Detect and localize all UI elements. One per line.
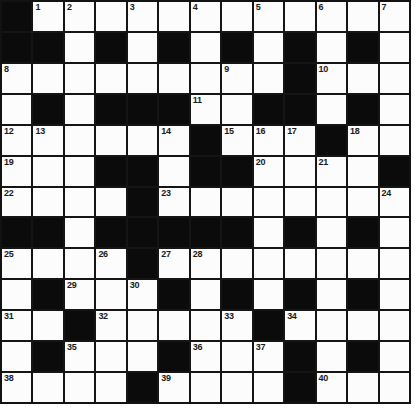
clue-number: 32: [98, 312, 107, 321]
clue-number: 34: [287, 312, 296, 321]
cell-r5c3[interactable]: [65, 126, 94, 155]
cell-r11c12[interactable]: [348, 311, 377, 340]
cell-r9c9[interactable]: [254, 249, 283, 278]
cell-r1c9[interactable]: 5: [254, 2, 283, 31]
clue-number: 4: [193, 3, 198, 12]
cell-r4c11[interactable]: [317, 95, 346, 124]
clue-number: 38: [4, 374, 13, 383]
block-r4c2: [33, 95, 62, 124]
cell-r6c2[interactable]: [33, 157, 62, 186]
cell-r7c9[interactable]: [254, 188, 283, 217]
cell-r13c4[interactable]: [96, 373, 125, 402]
block-r10c6: [159, 280, 188, 309]
cell-r2c7[interactable]: [191, 33, 220, 62]
cell-r12c9[interactable]: 37: [254, 342, 283, 371]
cell-r6c9[interactable]: 20: [254, 157, 283, 186]
cell-r12c5[interactable]: [128, 342, 157, 371]
block-r10c2: [33, 280, 62, 309]
cell-r3c8[interactable]: 9: [222, 64, 251, 93]
block-r6c8: [222, 157, 251, 186]
cell-r3c3[interactable]: [65, 64, 94, 93]
cell-r13c12[interactable]: [348, 373, 377, 402]
block-r6c7: [191, 157, 220, 186]
clue-number: 26: [98, 250, 107, 259]
block-r10c8: [222, 280, 251, 309]
cell-r5c4[interactable]: [96, 126, 125, 155]
clue-number: 22: [4, 189, 13, 198]
cell-r5c13[interactable]: [380, 126, 409, 155]
cell-r8c9[interactable]: [254, 218, 283, 247]
cell-r11c4[interactable]: 32: [96, 311, 125, 340]
cell-r6c10[interactable]: [285, 157, 314, 186]
block-r2c6: [159, 33, 188, 62]
cell-r3c7[interactable]: [191, 64, 220, 93]
clue-number: 14: [161, 127, 170, 136]
cell-r7c8[interactable]: [222, 188, 251, 217]
cell-r11c5[interactable]: [128, 311, 157, 340]
clue-number: 13: [35, 127, 44, 136]
cell-r1c6[interactable]: [159, 2, 188, 31]
block-r2c10: [285, 33, 314, 62]
clue-number: 35: [67, 343, 76, 352]
cell-r11c7[interactable]: [191, 311, 220, 340]
block-r8c7: [191, 218, 220, 247]
block-r12c12: [348, 342, 377, 371]
cell-r7c13[interactable]: 24: [380, 188, 409, 217]
cell-r10c1[interactable]: [2, 280, 31, 309]
block-r8c5: [128, 218, 157, 247]
clue-number: 28: [193, 250, 202, 259]
cell-r4c8[interactable]: [222, 95, 251, 124]
clue-number: 33: [224, 312, 233, 321]
block-r13c10: [285, 373, 314, 402]
cell-r13c7[interactable]: [191, 373, 220, 402]
cell-r10c9[interactable]: [254, 280, 283, 309]
cell-r9c4[interactable]: 26: [96, 249, 125, 278]
cell-r13c13[interactable]: [380, 373, 409, 402]
block-r4c5: [128, 95, 157, 124]
cell-r4c7[interactable]: 11: [191, 95, 220, 124]
cell-r12c11[interactable]: [317, 342, 346, 371]
cell-r3c12[interactable]: [348, 64, 377, 93]
cell-r2c5[interactable]: [128, 33, 157, 62]
cell-r2c3[interactable]: [65, 33, 94, 62]
cell-r7c7[interactable]: [191, 188, 220, 217]
block-r6c5: [128, 157, 157, 186]
cell-r4c1[interactable]: [2, 95, 31, 124]
block-r2c8: [222, 33, 251, 62]
cell-r1c7[interactable]: 4: [191, 2, 220, 31]
clue-number: 37: [256, 343, 265, 352]
cell-r12c13[interactable]: [380, 342, 409, 371]
cell-r11c8[interactable]: 33: [222, 311, 251, 340]
cell-r9c6[interactable]: 27: [159, 249, 188, 278]
cell-r1c13[interactable]: 7: [380, 2, 409, 31]
cell-r4c13[interactable]: [380, 95, 409, 124]
clue-number: 21: [319, 158, 328, 167]
clue-number: 11: [193, 96, 202, 105]
clue-number: 27: [161, 250, 170, 259]
cell-r12c8[interactable]: [222, 342, 251, 371]
clue-number: 7: [382, 3, 387, 12]
clue-number: 20: [256, 158, 265, 167]
block-r6c4: [96, 157, 125, 186]
crossword-grid: 1234567891011121314151617181920212223242…: [0, 0, 411, 404]
clue-number: 25: [4, 250, 13, 259]
block-r8c1: [2, 218, 31, 247]
cell-r1c5[interactable]: 3: [128, 2, 157, 31]
cell-r8c13[interactable]: [380, 218, 409, 247]
clue-number: 5: [256, 3, 261, 12]
cell-r11c2[interactable]: [33, 311, 62, 340]
cell-r2c13[interactable]: [380, 33, 409, 62]
clue-number: 6: [319, 3, 324, 12]
clue-number: 9: [224, 65, 229, 74]
cell-r7c3[interactable]: [65, 188, 94, 217]
cell-r7c1[interactable]: 22: [2, 188, 31, 217]
cell-r1c12[interactable]: [348, 2, 377, 31]
cell-r1c2[interactable]: 1: [33, 2, 62, 31]
clue-number: 16: [256, 127, 265, 136]
block-r4c12: [348, 95, 377, 124]
cell-r7c11[interactable]: [317, 188, 346, 217]
cell-r6c1[interactable]: 19: [2, 157, 31, 186]
cell-r7c2[interactable]: [33, 188, 62, 217]
clue-number: 17: [287, 127, 296, 136]
clue-number: 19: [4, 158, 13, 167]
cell-r9c12[interactable]: [348, 249, 377, 278]
cell-r10c5[interactable]: 30: [128, 280, 157, 309]
cell-r12c4[interactable]: [96, 342, 125, 371]
cell-r2c11[interactable]: [317, 33, 346, 62]
clue-number: 15: [224, 127, 233, 136]
block-r11c9: [254, 311, 283, 340]
cell-r13c3[interactable]: [65, 373, 94, 402]
cell-r11c1[interactable]: 31: [2, 311, 31, 340]
cell-r11c11[interactable]: [317, 311, 346, 340]
cell-r5c8[interactable]: 15: [222, 126, 251, 155]
block-r10c10: [285, 280, 314, 309]
block-r13c5: [128, 373, 157, 402]
cell-r2c9[interactable]: [254, 33, 283, 62]
block-r12c10: [285, 342, 314, 371]
cell-r6c11[interactable]: 21: [317, 157, 346, 186]
cell-r5c6[interactable]: 14: [159, 126, 188, 155]
cell-r11c13[interactable]: [380, 311, 409, 340]
clue-number: 10: [319, 65, 328, 74]
cell-r11c10[interactable]: 34: [285, 311, 314, 340]
clue-number: 30: [130, 281, 139, 290]
clue-number: 23: [161, 189, 170, 198]
block-r12c2: [33, 342, 62, 371]
block-r4c9: [254, 95, 283, 124]
cell-r10c13[interactable]: [380, 280, 409, 309]
cell-r13c8[interactable]: [222, 373, 251, 402]
cell-r3c4[interactable]: [96, 64, 125, 93]
cell-r9c8[interactable]: [222, 249, 251, 278]
cell-r3c9[interactable]: [254, 64, 283, 93]
cell-r5c2[interactable]: 13: [33, 126, 62, 155]
cell-r3c13[interactable]: [380, 64, 409, 93]
clue-number: 39: [161, 374, 170, 383]
cell-r6c3[interactable]: [65, 157, 94, 186]
block-r8c10: [285, 218, 314, 247]
block-r8c12: [348, 218, 377, 247]
cell-r9c3[interactable]: [65, 249, 94, 278]
clue-number: 40: [319, 374, 328, 383]
cell-r5c1[interactable]: 12: [2, 126, 31, 155]
block-r12c6: [159, 342, 188, 371]
cell-r9c2[interactable]: [33, 249, 62, 278]
block-r8c6: [159, 218, 188, 247]
cell-r7c12[interactable]: [348, 188, 377, 217]
cell-r13c2[interactable]: [33, 373, 62, 402]
cell-r13c1[interactable]: 38: [2, 373, 31, 402]
clue-number: 3: [130, 3, 135, 12]
cell-r3c5[interactable]: [128, 64, 157, 93]
cell-r6c12[interactable]: [348, 157, 377, 186]
cell-r10c7[interactable]: [191, 280, 220, 309]
cell-r6c6[interactable]: [159, 157, 188, 186]
block-r2c2: [33, 33, 62, 62]
cell-r5c5[interactable]: [128, 126, 157, 155]
cell-r3c1[interactable]: 8: [2, 64, 31, 93]
cell-r9c7[interactable]: 28: [191, 249, 220, 278]
cell-r9c1[interactable]: 25: [2, 249, 31, 278]
cell-r5c9[interactable]: 16: [254, 126, 283, 155]
cell-r4c3[interactable]: [65, 95, 94, 124]
cell-r3c6[interactable]: [159, 64, 188, 93]
cell-r10c4[interactable]: [96, 280, 125, 309]
cell-r3c11[interactable]: 10: [317, 64, 346, 93]
cell-r9c13[interactable]: [380, 249, 409, 278]
block-r8c8: [222, 218, 251, 247]
crossword-page: 1234567891011121314151617181920212223242…: [0, 0, 415, 419]
clue-number: 12: [4, 127, 13, 136]
block-r5c11: [317, 126, 346, 155]
block-r7c5: [128, 188, 157, 217]
cell-r5c10[interactable]: 17: [285, 126, 314, 155]
block-r4c10: [285, 95, 314, 124]
cell-r13c11[interactable]: 40: [317, 373, 346, 402]
cell-r9c10[interactable]: [285, 249, 314, 278]
cell-r10c11[interactable]: [317, 280, 346, 309]
clue-number: 31: [4, 312, 13, 321]
block-r6c13: [380, 157, 409, 186]
clue-number: 36: [193, 343, 202, 352]
block-r5c7: [191, 126, 220, 155]
cell-r1c10[interactable]: [285, 2, 314, 31]
cell-r10c3[interactable]: 29: [65, 280, 94, 309]
block-r9c5: [128, 249, 157, 278]
cell-r7c10[interactable]: [285, 188, 314, 217]
cell-r11c6[interactable]: [159, 311, 188, 340]
clue-number: 18: [350, 127, 359, 136]
clue-number: 29: [67, 281, 76, 290]
cell-r7c4[interactable]: [96, 188, 125, 217]
cell-r1c8[interactable]: [222, 2, 251, 31]
block-r4c6: [159, 95, 188, 124]
block-r8c4: [96, 218, 125, 247]
block-r10c12: [348, 280, 377, 309]
cell-r1c3[interactable]: 2: [65, 2, 94, 31]
cell-r8c3[interactable]: [65, 218, 94, 247]
cell-r5c12[interactable]: 18: [348, 126, 377, 155]
clue-number: 2: [67, 3, 72, 12]
clue-number: 24: [382, 189, 391, 198]
cell-r12c7[interactable]: 36: [191, 342, 220, 371]
cell-r13c9[interactable]: [254, 373, 283, 402]
cell-r1c4[interactable]: [96, 2, 125, 31]
clue-number: 8: [4, 65, 9, 74]
block-r8c2: [33, 218, 62, 247]
cell-r12c1[interactable]: [2, 342, 31, 371]
cell-r1c11[interactable]: 6: [317, 2, 346, 31]
cell-r13c6[interactable]: 39: [159, 373, 188, 402]
block-r4c4: [96, 95, 125, 124]
cell-r8c11[interactable]: [317, 218, 346, 247]
cell-r7c6[interactable]: 23: [159, 188, 188, 217]
block-r2c4: [96, 33, 125, 62]
cell-r12c3[interactable]: 35: [65, 342, 94, 371]
block-r11c3: [65, 311, 94, 340]
block-r3c10: [285, 64, 314, 93]
cell-r3c2[interactable]: [33, 64, 62, 93]
block-r2c12: [348, 33, 377, 62]
clue-number: 1: [35, 3, 40, 12]
block-r2c1: [2, 33, 31, 62]
cell-r9c11[interactable]: [317, 249, 346, 278]
block-r1c1: [2, 2, 31, 31]
